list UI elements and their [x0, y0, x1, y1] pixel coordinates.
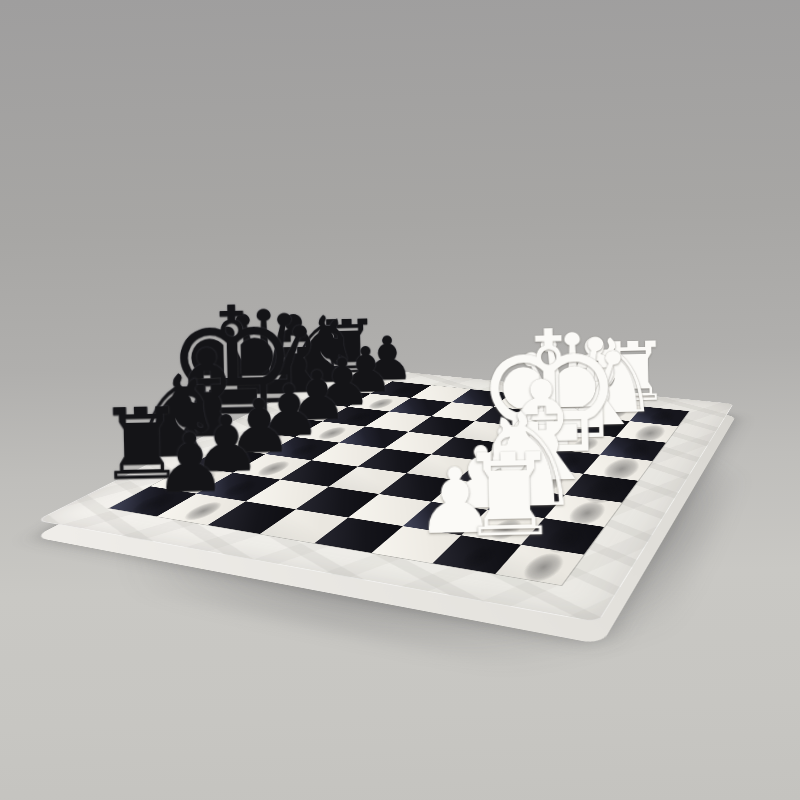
scene: ♜♞♝♛♚♝♞♜♟♟♟♟♟♟♟♟♟♟♟♟♟♟♟♟♜♞♝♛♚♝♞♜	[0, 0, 800, 800]
product-photo: ♜♞♝♛♚♝♞♜♟♟♟♟♟♟♟♟♟♟♟♟♟♟♟♟♜♞♝♛♚♝♞♜	[0, 0, 800, 800]
piece-shadow	[178, 501, 228, 522]
white-rook-glyph: ♜	[456, 445, 560, 550]
chess-board: ♜♞♝♛♚♝♞♜♟♟♟♟♟♟♟♟♟♟♟♟♟♟♟♟♜♞♝♛♚♝♞♜	[36, 366, 734, 623]
piece-shadow	[517, 551, 571, 584]
piece-shadow	[457, 544, 503, 570]
black-pawn-glyph: ♟	[153, 426, 227, 500]
